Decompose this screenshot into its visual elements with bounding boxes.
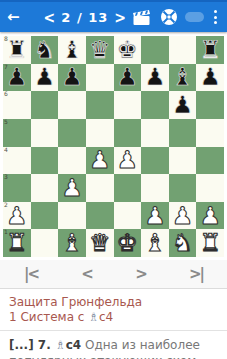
square-h1[interactable]: ♜ — [196, 229, 224, 257]
bishop-figurine-icon: ♗ — [55, 338, 66, 352]
square-h5[interactable] — [196, 119, 224, 147]
first-move-button[interactable]: |< — [18, 263, 44, 286]
next-move-button[interactable]: > — [129, 263, 152, 286]
rank-coordinate: 6 — [4, 91, 8, 97]
black-king: ♚ — [117, 38, 139, 62]
square-f5[interactable] — [141, 119, 169, 147]
square-c7[interactable]: ♟ — [58, 64, 86, 92]
bishop-figurine-icon: ♗ — [88, 310, 99, 324]
square-f1[interactable]: ♝ — [141, 229, 169, 257]
square-e8[interactable]: ♚ — [114, 36, 142, 64]
next-lesson-chevron-icon[interactable]: > — [114, 9, 126, 25]
square-c8[interactable]: ♝ — [58, 36, 86, 64]
board-area: 8♜♞♝♛♚♜7♟♟♟♟♟♝♟6♟54♟♟3♟2♟♟♟♟1♜♝♛♚♝♞♜ — [0, 32, 227, 260]
square-d2[interactable] — [86, 202, 114, 230]
square-c2[interactable] — [58, 202, 86, 230]
square-g4[interactable] — [169, 147, 197, 175]
back-arrow-icon[interactable]: ← — [7, 10, 20, 25]
white-rook: ♜ — [6, 231, 28, 255]
rank-coordinate: 2 — [4, 202, 8, 208]
square-e5[interactable] — [114, 119, 142, 147]
prev-move-button[interactable]: < — [75, 263, 98, 286]
square-h4[interactable] — [196, 147, 224, 175]
square-h6[interactable] — [196, 91, 224, 119]
black-pawn: ♟ — [34, 65, 56, 89]
square-b4[interactable] — [31, 147, 59, 175]
rank-coordinate: 7 — [4, 64, 8, 70]
rank-coordinate: 1 — [4, 229, 8, 235]
square-d1[interactable]: ♛ — [86, 229, 114, 257]
square-d7[interactable] — [86, 64, 114, 92]
square-g5[interactable] — [169, 119, 197, 147]
square-b7[interactable]: ♟ — [31, 64, 59, 92]
move-nav-bar: |< < > >| — [0, 260, 227, 289]
square-h2[interactable]: ♟ — [196, 202, 224, 230]
white-pawn: ♟ — [89, 148, 111, 172]
black-pawn: ♟ — [6, 65, 28, 89]
black-bishop: ♝ — [61, 38, 83, 62]
black-pawn: ♟ — [117, 65, 139, 89]
black-pawn: ♟ — [144, 65, 166, 89]
square-g6[interactable]: ♟ — [169, 91, 197, 119]
square-c6[interactable] — [58, 91, 86, 119]
rank-coordinate: 4 — [4, 147, 8, 153]
chess-app-window: ← < 2 / 13 > — [0, 0, 227, 359]
square-e1[interactable]: ♚ — [114, 229, 142, 257]
square-a1[interactable]: 1♜ — [3, 229, 31, 257]
toggle-pill[interactable] — [185, 12, 204, 22]
square-b3[interactable] — [31, 174, 59, 202]
square-f3[interactable] — [141, 174, 169, 202]
square-g1[interactable]: ♞ — [169, 229, 197, 257]
black-pawn: ♟ — [172, 93, 194, 117]
square-f4[interactable] — [141, 147, 169, 175]
rank-coordinate: 5 — [4, 119, 8, 125]
chess-board: 8♜♞♝♛♚♜7♟♟♟♟♟♝♟6♟54♟♟3♟2♟♟♟♟1♜♝♛♚♝♞♜ — [3, 36, 224, 257]
square-e4[interactable]: ♟ — [114, 147, 142, 175]
square-g3[interactable] — [169, 174, 197, 202]
square-f7[interactable]: ♟ — [141, 64, 169, 92]
opening-heading: Защита Грюнфельда 1 Система с ♗c4 — [0, 289, 227, 330]
square-d5[interactable] — [86, 119, 114, 147]
white-knight: ♞ — [172, 231, 194, 255]
black-bishop: ♝ — [172, 65, 194, 89]
square-a3[interactable]: 3 — [3, 174, 31, 202]
square-a4[interactable]: 4 — [3, 147, 31, 175]
square-c4[interactable] — [58, 147, 86, 175]
white-pawn: ♟ — [117, 148, 139, 172]
white-pawn: ♟ — [6, 204, 28, 228]
white-bishop: ♝ — [144, 231, 166, 255]
square-b8[interactable]: ♞ — [31, 36, 59, 64]
square-e3[interactable] — [114, 174, 142, 202]
square-h7[interactable]: ♟ — [196, 64, 224, 92]
white-king: ♚ — [117, 231, 139, 255]
square-a5[interactable]: 5 — [3, 119, 31, 147]
black-queen: ♛ — [89, 38, 111, 62]
engine-wheel-icon[interactable] — [160, 8, 178, 26]
square-c3[interactable]: ♟ — [58, 174, 86, 202]
square-f2[interactable]: ♟ — [141, 202, 169, 230]
rank-coordinate: 8 — [4, 36, 8, 42]
move-comment: [...] 7. ♗c4 Одна из наиболее популярных… — [0, 330, 227, 359]
last-move-button[interactable]: >| — [183, 263, 209, 286]
square-g2[interactable]: ♟ — [169, 202, 197, 230]
lesson-counter: 2 / 13 — [61, 10, 108, 25]
square-e7[interactable]: ♟ — [114, 64, 142, 92]
black-pawn: ♟ — [199, 65, 221, 89]
square-e2[interactable] — [114, 202, 142, 230]
white-rook: ♜ — [199, 231, 221, 255]
square-b6[interactable] — [31, 91, 59, 119]
square-d6[interactable] — [86, 91, 114, 119]
square-g8[interactable] — [169, 36, 197, 64]
white-pawn: ♟ — [199, 204, 221, 228]
top-toolbar: ← < 2 / 13 > — [0, 0, 227, 32]
black-rook: ♜ — [199, 38, 221, 62]
square-c1[interactable]: ♝ — [58, 229, 86, 257]
move-link[interactable]: [...] 7. ♗c4 — [9, 338, 81, 352]
black-pawn: ♟ — [61, 65, 83, 89]
square-a7[interactable]: 7♟ — [3, 64, 31, 92]
square-b5[interactable] — [31, 119, 59, 147]
square-a6[interactable]: 6 — [3, 91, 31, 119]
white-queen: ♛ — [89, 231, 111, 255]
square-d4[interactable]: ♟ — [86, 147, 114, 175]
square-f8[interactable] — [141, 36, 169, 64]
toolbar-icons — [132, 8, 220, 26]
square-d8[interactable]: ♛ — [86, 36, 114, 64]
opening-title: Защита Грюнфельда — [9, 295, 218, 310]
square-c5[interactable] — [58, 119, 86, 147]
white-bishop: ♝ — [61, 231, 83, 255]
square-h8[interactable]: ♜ — [196, 36, 224, 64]
rank-coordinate: 3 — [4, 174, 8, 180]
black-knight: ♞ — [34, 38, 56, 62]
square-f6[interactable] — [141, 91, 169, 119]
video-clapperboard-icon[interactable] — [132, 9, 153, 26]
square-a2[interactable]: 2♟ — [3, 202, 31, 230]
black-rook: ♜ — [6, 38, 28, 62]
square-e6[interactable] — [114, 91, 142, 119]
overflow-menu-icon[interactable] — [211, 8, 220, 26]
white-pawn: ♟ — [172, 204, 194, 228]
square-b2[interactable] — [31, 202, 59, 230]
square-b1[interactable] — [31, 229, 59, 257]
chapter-subtitle: 1 Система с ♗c4 — [9, 310, 218, 325]
white-pawn: ♟ — [61, 176, 83, 200]
square-d3[interactable] — [86, 174, 114, 202]
square-a8[interactable]: 8♜ — [3, 36, 31, 64]
square-g7[interactable]: ♝ — [169, 64, 197, 92]
prev-lesson-chevron-icon[interactable]: < — [44, 9, 56, 25]
white-pawn: ♟ — [144, 204, 166, 228]
square-h3[interactable] — [196, 174, 224, 202]
lesson-pager: < 2 / 13 > — [44, 10, 126, 25]
